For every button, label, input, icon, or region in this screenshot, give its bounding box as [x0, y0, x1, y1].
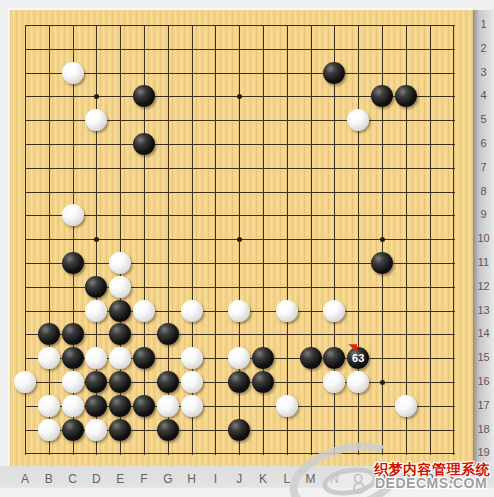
row-label: 5 — [473, 113, 494, 125]
column-label: G — [160, 472, 176, 486]
white-stone — [228, 300, 250, 322]
row-label: 11 — [473, 256, 494, 268]
column-label: H — [184, 472, 200, 486]
last-move-stone: 63 — [347, 347, 369, 369]
white-stone — [181, 371, 203, 393]
black-stone — [38, 323, 60, 345]
white-stone — [109, 276, 131, 298]
black-stone — [109, 371, 131, 393]
column-label: R — [422, 472, 438, 486]
black-stone — [157, 371, 179, 393]
grid-line-vertical — [287, 25, 288, 455]
black-stone — [62, 323, 84, 345]
star-point — [237, 94, 242, 99]
star-point — [94, 94, 99, 99]
black-stone — [62, 347, 84, 369]
black-stone — [62, 419, 84, 441]
white-stone — [109, 252, 131, 274]
black-stone — [133, 395, 155, 417]
go-diagram-page: 63 12345678910111213141516171819 ABCDEFG… — [0, 0, 494, 497]
grid-line-vertical — [311, 25, 312, 455]
column-label: C — [65, 472, 81, 486]
white-stone — [38, 395, 60, 417]
column-label: M — [303, 472, 319, 486]
column-label: E — [112, 472, 128, 486]
white-stone — [14, 371, 36, 393]
star-point — [237, 237, 242, 242]
white-stone — [323, 300, 345, 322]
black-stone — [85, 371, 107, 393]
column-label: L — [279, 472, 295, 486]
row-label: 17 — [473, 399, 494, 411]
star-point — [94, 237, 99, 242]
black-stone — [109, 395, 131, 417]
row-label: 16 — [473, 375, 494, 387]
row-label: 18 — [473, 423, 494, 435]
black-stone — [323, 347, 345, 369]
white-stone — [276, 300, 298, 322]
row-label: 6 — [473, 137, 494, 149]
white-stone — [85, 419, 107, 441]
white-stone — [62, 395, 84, 417]
white-stone — [62, 371, 84, 393]
white-stone — [347, 371, 369, 393]
grid-line-vertical — [453, 25, 454, 455]
column-letter-labels: ABCDEFGHIJKLMNOPQRS — [0, 466, 494, 497]
black-stone — [85, 395, 107, 417]
row-label: 13 — [473, 304, 494, 316]
column-label: F — [136, 472, 152, 486]
grid-line-vertical — [430, 25, 431, 455]
white-stone — [276, 395, 298, 417]
row-number-labels: 12345678910111213141516171819 — [473, 10, 494, 466]
column-label: P — [374, 472, 390, 486]
column-label: D — [88, 472, 104, 486]
column-label: O — [350, 472, 366, 486]
column-label: Q — [398, 472, 414, 486]
black-stone — [157, 419, 179, 441]
white-stone — [109, 347, 131, 369]
white-stone — [181, 300, 203, 322]
row-label: 19 — [473, 446, 494, 458]
column-label: I — [207, 472, 223, 486]
black-stone — [228, 419, 250, 441]
white-stone — [181, 347, 203, 369]
column-label: A — [17, 472, 33, 486]
white-stone — [62, 62, 84, 84]
black-stone — [109, 419, 131, 441]
black-stone — [157, 323, 179, 345]
black-stone — [371, 252, 393, 274]
grid-line-horizontal — [25, 453, 455, 454]
white-stone — [133, 300, 155, 322]
white-stone — [323, 371, 345, 393]
row-label: 7 — [473, 161, 494, 173]
black-stone — [252, 371, 274, 393]
star-point — [380, 237, 385, 242]
white-stone — [38, 347, 60, 369]
white-stone — [85, 109, 107, 131]
star-point — [380, 380, 385, 385]
white-stone — [85, 347, 107, 369]
column-label: J — [231, 472, 247, 486]
row-label: 1 — [473, 18, 494, 30]
black-stone — [323, 62, 345, 84]
row-label: 12 — [473, 280, 494, 292]
row-label: 4 — [473, 89, 494, 101]
row-label: 3 — [473, 66, 494, 78]
black-stone — [109, 300, 131, 322]
black-stone — [133, 347, 155, 369]
grid-line-horizontal — [25, 334, 455, 335]
white-stone — [38, 419, 60, 441]
row-label: 8 — [473, 185, 494, 197]
white-stone — [62, 204, 84, 226]
black-stone — [62, 252, 84, 274]
go-board: 63 — [10, 10, 474, 468]
row-label: 10 — [473, 232, 494, 244]
last-move-marker — [348, 344, 357, 352]
row-label: 14 — [473, 327, 494, 339]
column-label: B — [41, 472, 57, 486]
row-label: 9 — [473, 208, 494, 220]
white-stone — [157, 395, 179, 417]
white-stone — [181, 395, 203, 417]
white-stone — [228, 347, 250, 369]
black-stone — [133, 85, 155, 107]
black-stone — [133, 133, 155, 155]
column-label: N — [326, 472, 342, 486]
white-stone — [395, 395, 417, 417]
white-stone — [347, 109, 369, 131]
black-stone — [252, 347, 274, 369]
black-stone — [109, 323, 131, 345]
row-label: 2 — [473, 42, 494, 54]
white-stone — [85, 300, 107, 322]
black-stone — [228, 371, 250, 393]
black-stone — [300, 347, 322, 369]
black-stone — [85, 276, 107, 298]
black-stone — [395, 85, 417, 107]
column-label: K — [255, 472, 271, 486]
row-label: 15 — [473, 351, 494, 363]
black-stone — [371, 85, 393, 107]
column-label: S — [445, 472, 461, 486]
